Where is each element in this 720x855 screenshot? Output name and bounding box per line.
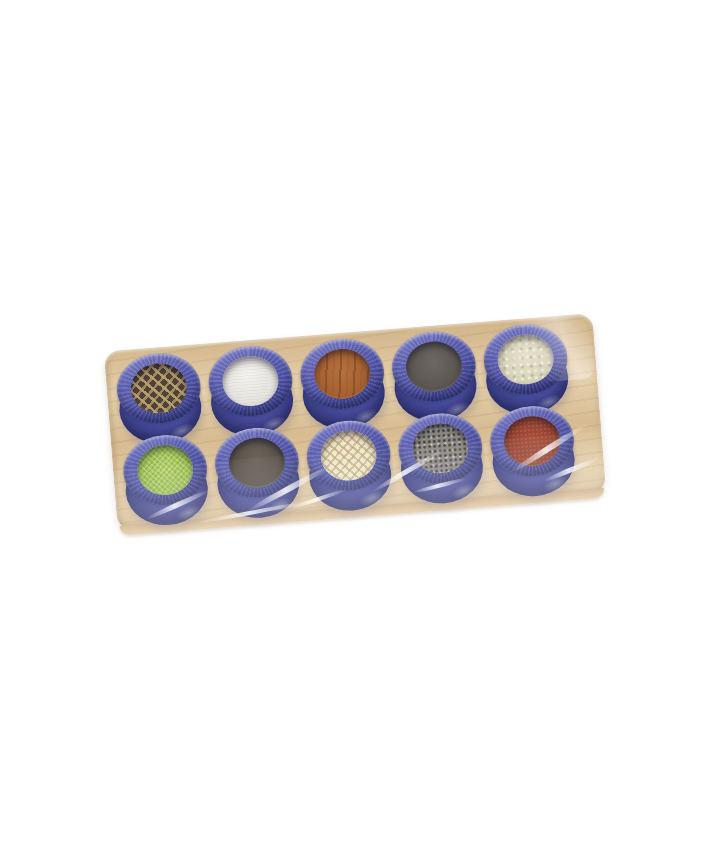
pot-gloss-highlight (541, 473, 570, 495)
pot-dark-brown-smooth (212, 425, 303, 523)
pot-gloss-highlight (174, 502, 203, 524)
cell-r1c4 (385, 322, 483, 411)
pot-grey-speckled (396, 410, 487, 508)
pot-gloss-highlight (449, 480, 478, 502)
cell-r2c3 (300, 411, 398, 500)
product-photo-scene (0, 0, 720, 855)
cell-r2c4 (391, 404, 489, 493)
wrap-sheen (513, 273, 595, 383)
pot-gloss-highlight (358, 487, 387, 509)
cell-r2c1 (116, 426, 214, 515)
cell-r2c5 (483, 397, 581, 486)
pot-grid (110, 315, 583, 515)
cell-r1c1 (110, 344, 208, 433)
cell-r1c2 (201, 337, 299, 426)
cell-r2c2 (208, 418, 306, 507)
pot-cream-mesh (304, 417, 395, 515)
texture-tray-board (104, 313, 607, 531)
pot-green-fabric (121, 432, 212, 530)
cell-r1c3 (293, 329, 391, 418)
pot-gloss-highlight (266, 495, 295, 517)
pot-red-sandpaper (487, 403, 578, 501)
